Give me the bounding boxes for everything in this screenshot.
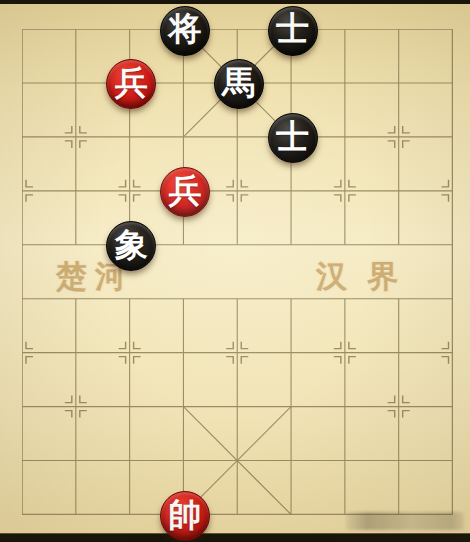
watermark-smudge [346, 512, 464, 530]
piece-red-general[interactable]: 帥 [160, 491, 210, 541]
piece-glyph: 帥 [168, 493, 201, 538]
piece-red-soldier[interactable]: 兵 [160, 167, 210, 217]
river-label-han: 汉界 [316, 250, 418, 302]
piece-glyph: 兵 [168, 169, 201, 214]
piece-black-general[interactable]: 将 [160, 6, 210, 56]
piece-glyph: 将 [168, 7, 201, 52]
piece-black-advisor[interactable]: 士 [268, 113, 318, 163]
piece-black-horse[interactable]: 馬 [214, 59, 264, 109]
piece-glyph: 馬 [222, 61, 255, 106]
piece-glyph: 士 [276, 7, 309, 52]
bottom-letterbox-bar [0, 533, 470, 542]
piece-glyph: 士 [276, 115, 309, 160]
piece-black-advisor[interactable]: 士 [268, 6, 318, 56]
xiangqi-board-screenshot: 楚河 汉界 将士兵馬士兵象帥 [0, 0, 470, 542]
top-letterbox-bar [0, 0, 470, 4]
piece-glyph: 兵 [115, 61, 148, 106]
piece-glyph: 象 [115, 223, 148, 268]
